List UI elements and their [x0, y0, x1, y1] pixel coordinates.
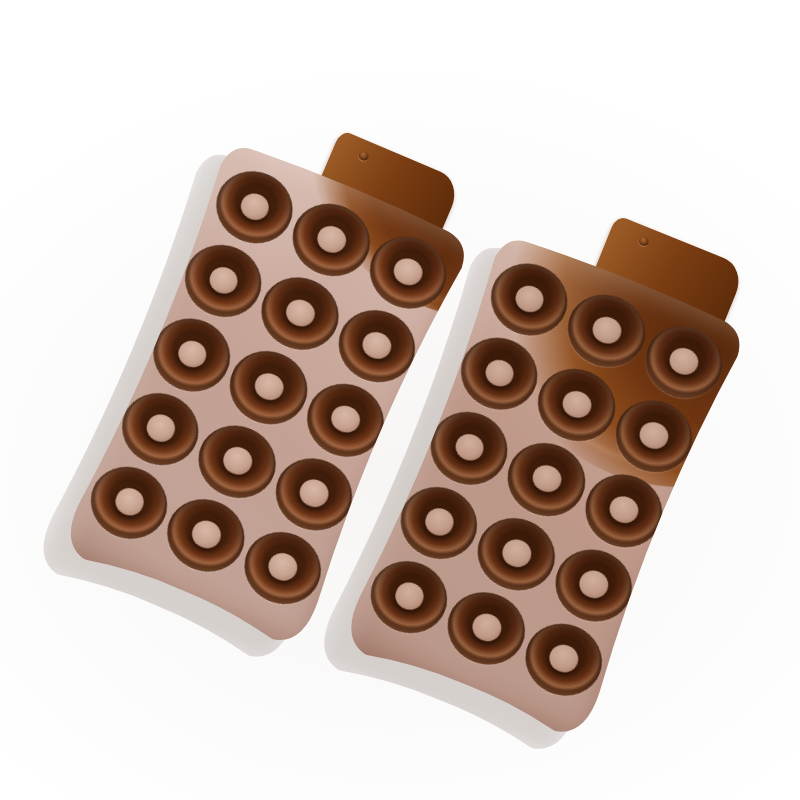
mold-left-tab-hole	[357, 150, 370, 162]
left-mold-cavity-r3c2	[219, 340, 318, 436]
right-mold-cavity-r1c3-center-peg	[666, 344, 702, 379]
left-mold-cavity-r5c2	[156, 487, 255, 583]
left-mold-cavity-r4c3	[264, 446, 363, 542]
right-mold-cavity-r1c3	[635, 315, 733, 410]
left-mold-cavity-r4c2	[188, 414, 287, 510]
left-mold-cavity-r5c3-center-peg	[265, 549, 302, 584]
right-mold-cavity-r3c3	[574, 463, 672, 558]
right-mold-cavity-r5c3	[514, 612, 612, 707]
right-mold-cavity-r4c3	[544, 538, 642, 633]
right-mold-cavity-r3c2	[497, 432, 595, 527]
left-mold-cavity-r3c3	[296, 372, 395, 468]
left-mold-cavity-r1c3	[358, 225, 457, 321]
left-mold-cavity-r4c2-center-peg	[219, 443, 256, 478]
left-mold-cavity-r2c2-center-peg	[282, 295, 319, 330]
mold-right-tab-hole	[637, 235, 650, 247]
left-mold-cavity-r3c2-center-peg	[251, 369, 288, 404]
left-mold-cavity-r5c3	[233, 520, 332, 616]
right-mold-cavity-r5c1-center-peg	[391, 579, 427, 614]
right-mold-cavity-r2c3	[604, 389, 702, 484]
left-mold-cavity-r2c1-center-peg	[205, 263, 242, 298]
right-mold-cavity-r1c2-center-peg	[589, 312, 625, 347]
right-mold-cavity-r2c1-center-peg	[481, 356, 517, 391]
left-mold-cavity-r1c2	[282, 192, 381, 288]
right-mold-cavity-r5c2	[437, 581, 535, 676]
right-mold-cavity-r3c2-center-peg	[529, 461, 565, 496]
left-mold-cavity-r2c2	[250, 266, 349, 362]
right-mold-cavity-r2c3-center-peg	[636, 418, 672, 453]
left-mold-cavity-r1c1	[205, 160, 304, 256]
right-mold-cavity-r4c3-center-peg	[576, 567, 612, 602]
left-mold-cavity-r1c2-center-peg	[313, 221, 350, 256]
left-mold-cavity-r5c2-center-peg	[188, 517, 225, 552]
right-mold-cavity-r4c2-center-peg	[499, 535, 535, 570]
right-mold-cavity-r2c2-center-peg	[559, 387, 595, 422]
right-mold-cavity-r1c2	[557, 283, 655, 378]
product-photo-scene	[0, 0, 800, 800]
left-mold-cavity-r4c3-center-peg	[296, 475, 333, 510]
left-mold-cavity-r5c1-center-peg	[111, 484, 148, 519]
right-mold-cavity-r5c2-center-peg	[468, 610, 504, 645]
left-mold-cavity-r3c1-center-peg	[174, 336, 211, 371]
right-mold-cavity-r4c1-center-peg	[421, 504, 457, 539]
left-mold-cavity-r1c1-center-peg	[237, 189, 274, 224]
left-mold-cavity-r1c3-center-peg	[390, 254, 427, 289]
right-mold-cavity-r1c1-center-peg	[511, 281, 547, 316]
right-mold-cavity-r3c1-center-peg	[451, 430, 487, 465]
right-mold-cavity-r5c3-center-peg	[546, 641, 582, 676]
left-mold-cavity-r3c3-center-peg	[327, 402, 364, 437]
right-mold-cavity-r1c1	[480, 252, 578, 347]
left-mold-cavity-r2c3-center-peg	[359, 328, 396, 363]
left-mold-cavity-r2c3	[327, 299, 426, 395]
right-mold-cavity-r2c2	[527, 358, 625, 453]
right-mold-cavity-r4c2	[467, 507, 565, 602]
right-mold-cavity-r3c3-center-peg	[606, 492, 642, 527]
left-mold-cavity-r4c1-center-peg	[143, 410, 180, 445]
